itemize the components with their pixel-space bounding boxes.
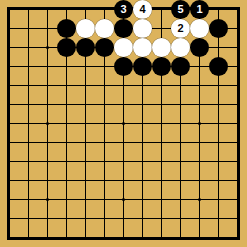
white-stone	[133, 38, 152, 57]
black-stone	[114, 19, 133, 38]
white-stone-move-2: 2	[171, 19, 190, 38]
black-stone	[190, 38, 209, 57]
black-stone	[152, 57, 171, 76]
white-stone	[133, 19, 152, 38]
black-stone	[171, 57, 190, 76]
black-stone	[95, 38, 114, 57]
black-stone	[57, 19, 76, 38]
black-stone	[114, 57, 133, 76]
black-stone-move-5: 5	[171, 0, 190, 19]
black-stone	[57, 38, 76, 57]
white-stone-move-4: 4	[133, 0, 152, 19]
board[interactable]: 34512	[0, 0, 247, 247]
black-stone	[209, 19, 228, 38]
black-stone	[76, 38, 95, 57]
black-stone	[133, 57, 152, 76]
black-stone	[209, 57, 228, 76]
white-stone	[76, 19, 95, 38]
white-stone	[95, 19, 114, 38]
go-board-diagram: 34512	[0, 0, 247, 247]
black-stone-move-1: 1	[190, 0, 209, 19]
white-stone	[152, 38, 171, 57]
black-stone-move-3: 3	[114, 0, 133, 19]
white-stone	[190, 19, 209, 38]
white-stone	[171, 38, 190, 57]
white-stone	[114, 38, 133, 57]
